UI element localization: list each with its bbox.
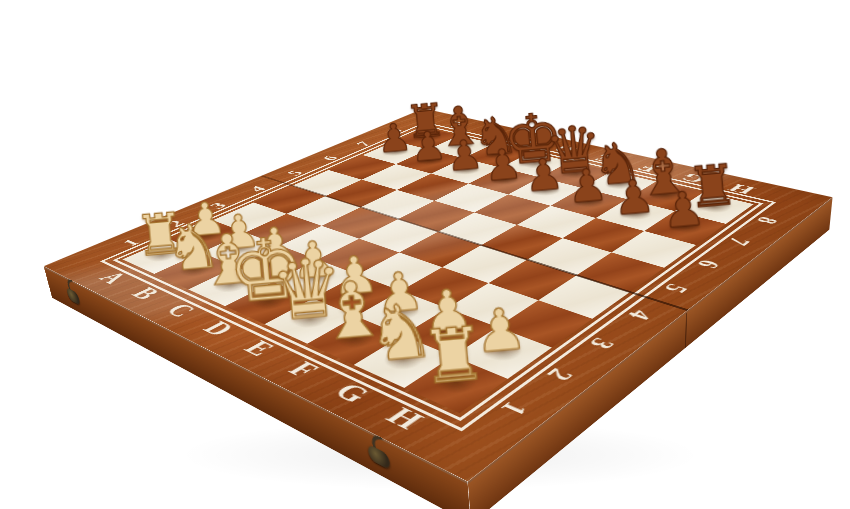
rank-label-right-7: 7 [723,236,754,247]
file-label-back-d: D [549,144,579,155]
file-label-back-h: H [724,182,759,196]
rank-label-right-5: 5 [659,282,692,295]
rank-label-right-8: 8 [752,215,782,225]
file-label-back-c: C [512,135,542,146]
black-pawn-glyph: ♟ [660,184,707,235]
file-label-front-c: C [160,300,202,320]
rank-label-right-3: 3 [584,335,619,351]
rank-label-left-4: 4 [246,185,268,193]
wooden-chess-set-photo: AABBCCDDEEFFGGHH1122334455667788 ♜♝♞♚♛♞♝… [0,0,850,509]
rank-label-left-8: 8 [384,127,405,133]
file-label-front-h: H [380,403,431,433]
chess-board: AABBCCDDEEFFGGHH1122334455667788 ♜♝♞♚♛♞♝… [44,108,833,481]
rank-label-right-6: 6 [692,258,724,270]
file-label-front-g: G [328,379,377,407]
file-label-front-e: E [238,337,281,360]
file-label-front-f: F [282,358,325,382]
file-label-back-a: A [443,120,471,130]
file-label-back-f: F [633,162,662,174]
file-label-back-b: B [477,128,505,138]
rank-label-right-1: 1 [495,399,533,419]
file-label-front-d: D [197,318,240,340]
file-label-front-b: B [126,284,165,302]
rank-label-left-1: 1 [119,237,143,247]
file-label-front-a: A [94,269,133,287]
rank-label-left-5: 5 [284,169,306,177]
rank-label-right-2: 2 [541,366,577,384]
white-rook-glyph: ♜ [418,316,490,395]
file-label-back-e: E [590,153,620,165]
rank-label-right-4: 4 [623,307,657,322]
rank-label-left-7: 7 [353,141,374,148]
rank-label-left-6: 6 [319,154,341,161]
